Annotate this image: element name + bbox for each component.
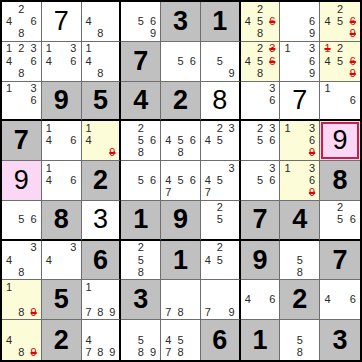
- cell-r2c7[interactable]: 234568: [241, 42, 281, 82]
- cell-r4c3[interactable]: 149: [82, 121, 122, 161]
- candidate-6: [106, 334, 118, 347]
- cell-r3c4[interactable]: 4: [121, 82, 161, 122]
- candidate-5: 5: [214, 254, 226, 266]
- cell-r1c9[interactable]: 24569: [320, 2, 360, 42]
- candidate-5: [15, 334, 27, 347]
- candidate-4: 4: [162, 174, 174, 186]
- cell-r9c9[interactable]: 3: [320, 320, 360, 360]
- candidate-8: 8: [94, 346, 106, 359]
- candidate-8: 8: [15, 306, 27, 318]
- candidate-2: [334, 83, 347, 95]
- given-value: 7: [2, 121, 41, 160]
- candidate-8: 8: [15, 67, 27, 79]
- cell-r5c6[interactable]: 3457: [201, 161, 241, 201]
- given-value: 1: [241, 320, 280, 360]
- cell-r2c2[interactable]: 1346: [42, 42, 82, 82]
- candidate-2: 2: [15, 43, 27, 55]
- cell-r7c6[interactable]: 245: [201, 241, 241, 281]
- candidate-4: 4: [321, 55, 334, 67]
- candidate-4: [202, 294, 214, 306]
- cell-r5c9[interactable]: 8: [320, 161, 360, 201]
- candidate-1: 1: [281, 162, 293, 174]
- cell-r4c6[interactable]: 2345: [201, 121, 241, 161]
- candidate-9: [266, 306, 278, 318]
- cell-r6c8[interactable]: 4: [280, 201, 320, 241]
- eliminated-candidate-9: 9: [28, 346, 40, 359]
- cell-r5c1[interactable]: 9: [2, 161, 42, 201]
- candidate-1: [83, 321, 95, 334]
- candidate-9: 9: [106, 346, 118, 359]
- candidate-1: [162, 162, 174, 174]
- cell-r3c3[interactable]: 5: [82, 82, 122, 122]
- candidate-grid: 2468: [2, 2, 41, 41]
- candidate-9: [187, 67, 199, 79]
- candidate-1: [202, 242, 214, 254]
- candidate-1: 1: [43, 162, 55, 174]
- cell-r3c1[interactable]: 136: [2, 82, 42, 122]
- candidate-8: 8: [254, 67, 266, 79]
- candidate-5: [55, 55, 67, 67]
- candidate-2: [174, 321, 186, 334]
- candidate-3: [28, 321, 40, 334]
- candidate-3: [346, 3, 359, 15]
- candidate-4: [162, 55, 174, 67]
- given-value: 2: [161, 82, 200, 120]
- candidate-5: 5: [294, 254, 306, 266]
- candidate-3: [28, 202, 40, 214]
- cell-r9c4[interactable]: 589: [121, 320, 161, 360]
- cell-r1c2[interactable]: 7: [42, 2, 82, 42]
- cell-r1c5[interactable]: 3: [161, 2, 201, 42]
- candidate-5: [254, 294, 266, 306]
- candidate-1: [202, 43, 214, 55]
- cell-r9c2[interactable]: 2: [42, 320, 82, 360]
- candidate-5: [94, 135, 106, 147]
- cell-r6c4[interactable]: 1: [121, 201, 161, 241]
- candidate-6: 6: [266, 94, 278, 106]
- cell-r3c8[interactable]: 7: [280, 82, 320, 122]
- candidate-2: [294, 3, 306, 15]
- candidate-1: [242, 122, 254, 134]
- eliminated-candidate-9: 9: [346, 67, 359, 79]
- candidate-9: 9: [106, 306, 118, 318]
- candidate-1: [122, 122, 134, 134]
- candidate-3: 3: [266, 162, 278, 174]
- cell-r8c6[interactable]: 79: [201, 280, 241, 320]
- cell-r6c3[interactable]: 3: [82, 201, 122, 241]
- cell-r1c6[interactable]: 1: [201, 2, 241, 42]
- candidate-6: [226, 214, 238, 226]
- candidate-6: [67, 254, 79, 266]
- candidate-6: 6: [187, 135, 199, 147]
- candidate-grid: 56: [121, 161, 160, 200]
- candidate-grid: 59: [201, 42, 239, 81]
- candidate-9: 9: [306, 28, 318, 40]
- cell-r8c2[interactable]: 5: [42, 280, 82, 320]
- candidate-grid: 589: [121, 320, 160, 360]
- candidate-grid: 46: [320, 280, 360, 319]
- cell-r6c9[interactable]: 256: [320, 201, 360, 241]
- candidate-6: 6: [147, 135, 159, 147]
- candidate-7: [83, 147, 95, 159]
- cell-r5c2[interactable]: 146: [42, 161, 82, 201]
- candidate-1: [122, 242, 134, 254]
- cell-r9c1[interactable]: 489: [2, 320, 42, 360]
- solved-value: 9: [2, 161, 41, 200]
- candidate-5: 5: [135, 174, 147, 186]
- candidate-9: [346, 306, 359, 318]
- candidate-7: 7: [162, 346, 174, 359]
- candidate-6: [187, 334, 199, 347]
- candidate-5: [254, 94, 266, 106]
- candidate-5: 5: [294, 334, 306, 347]
- eliminated-candidate-6: 6: [266, 15, 278, 27]
- candidate-3: [187, 43, 199, 55]
- candidate-3: [67, 162, 79, 174]
- cell-r5c5[interactable]: 4567: [161, 161, 201, 201]
- candidate-grid: 24569: [320, 2, 360, 41]
- candidate-7: [3, 266, 15, 278]
- candidate-4: [242, 94, 254, 106]
- candidate-1: [43, 242, 55, 254]
- candidate-7: 7: [83, 306, 95, 318]
- cell-r7c1[interactable]: 348: [2, 241, 42, 281]
- cell-r4c8[interactable]: 1369: [280, 121, 320, 161]
- candidate-2: 2: [334, 3, 347, 15]
- eliminated-candidate-9: 9: [346, 28, 359, 40]
- candidate-2: [15, 202, 27, 214]
- cell-r8c1[interactable]: 189: [2, 280, 42, 320]
- cell-r2c8[interactable]: 1369: [280, 42, 320, 82]
- candidate-1: [122, 3, 134, 15]
- candidate-2: [174, 43, 186, 55]
- cell-r9c8[interactable]: 58: [280, 320, 320, 360]
- candidate-2: [135, 3, 147, 15]
- candidate-1: [83, 3, 95, 15]
- candidate-2: [294, 162, 306, 174]
- candidate-8: 8: [294, 266, 306, 278]
- candidate-4: [122, 334, 134, 347]
- candidate-7: [321, 28, 334, 40]
- cell-r3c7[interactable]: 36: [241, 82, 281, 122]
- cell-r4c4[interactable]: 2568: [121, 121, 161, 161]
- candidate-grid: 16: [320, 82, 360, 120]
- cell-r7c8[interactable]: 58: [280, 241, 320, 281]
- candidate-9: [226, 266, 238, 278]
- candidate-4: [242, 174, 254, 186]
- given-value: 2: [280, 280, 319, 319]
- cell-r6c7[interactable]: 7: [241, 201, 281, 241]
- cell-r3c6[interactable]: 8: [201, 82, 241, 122]
- cell-r1c7[interactable]: 24568: [241, 2, 281, 42]
- candidate-1: 1: [43, 43, 55, 55]
- candidate-2: 2: [135, 122, 147, 134]
- candidate-2: [254, 162, 266, 174]
- candidate-8: [214, 147, 226, 159]
- candidate-6: 6: [306, 174, 318, 186]
- candidate-6: [187, 294, 199, 306]
- candidate-5: [94, 334, 106, 347]
- candidate-grid: 4568: [161, 121, 200, 160]
- candidate-8: 8: [174, 346, 186, 359]
- candidate-7: [122, 346, 134, 359]
- cell-r9c5[interactable]: 4578: [161, 320, 201, 360]
- cell-r2c3[interactable]: 148: [82, 42, 122, 82]
- cell-r2c6[interactable]: 59: [201, 42, 241, 82]
- cell-r8c9[interactable]: 46: [320, 280, 360, 320]
- cell-r4c9[interactable]: 9: [320, 121, 360, 161]
- candidate-grid: 56: [2, 201, 41, 239]
- cell-r2c1[interactable]: 123468: [2, 42, 42, 82]
- cell-r8c4[interactable]: 3: [121, 280, 161, 320]
- candidate-4: 4: [202, 135, 214, 147]
- candidate-4: [281, 174, 293, 186]
- cell-r3c9[interactable]: 16: [320, 82, 360, 122]
- candidate-8: [55, 187, 67, 199]
- candidate-9: [147, 266, 159, 278]
- given-value: 7: [241, 201, 280, 239]
- cell-r7c5[interactable]: 1: [161, 241, 201, 281]
- cell-r6c1[interactable]: 56: [2, 201, 42, 241]
- cell-r4c1[interactable]: 7: [2, 121, 42, 161]
- candidate-9: [67, 67, 79, 79]
- candidate-2: [55, 43, 67, 55]
- candidate-1: [202, 281, 214, 293]
- candidate-8: [55, 67, 67, 79]
- cell-r3c5[interactable]: 2: [161, 82, 201, 122]
- candidate-6: [306, 254, 318, 266]
- candidate-6: [226, 174, 238, 186]
- candidate-8: [334, 306, 347, 318]
- candidate-grid: 123468: [2, 42, 41, 81]
- cell-r7c2[interactable]: 34: [42, 241, 82, 281]
- candidate-7: [242, 67, 254, 79]
- cell-r5c4[interactable]: 56: [121, 161, 161, 201]
- candidate-2: 2: [135, 242, 147, 254]
- eliminated-candidate-9: 9: [306, 187, 318, 199]
- candidate-8: [214, 226, 226, 238]
- candidate-3: [147, 242, 159, 254]
- eliminated-candidate-9: 9: [106, 147, 118, 159]
- candidate-9: 9: [147, 346, 159, 359]
- candidate-1: [281, 3, 293, 15]
- candidate-7: [43, 266, 55, 278]
- candidate-3: 3: [306, 43, 318, 55]
- cell-r5c7[interactable]: 356: [241, 161, 281, 201]
- candidate-9: [346, 106, 359, 118]
- candidate-8: [214, 306, 226, 318]
- sudoku-board: 2468748569312456869245691234681346148756…: [0, 0, 362, 362]
- candidate-7: [122, 187, 134, 199]
- candidate-grid: 1346: [42, 42, 81, 81]
- given-value: 5: [82, 82, 120, 120]
- candidate-4: 4: [162, 334, 174, 347]
- solved-value: 9: [320, 121, 360, 160]
- candidate-8: [254, 306, 266, 318]
- cell-r7c4[interactable]: 258: [121, 241, 161, 281]
- candidate-2: 2: [15, 3, 27, 15]
- candidate-8: [135, 187, 147, 199]
- candidate-7: [3, 306, 15, 318]
- candidate-1: [242, 83, 254, 95]
- candidate-8: [174, 187, 186, 199]
- candidate-2: [294, 43, 306, 55]
- candidate-grid: 24568: [241, 2, 280, 41]
- candidate-1: 1: [3, 83, 15, 95]
- cell-r1c3[interactable]: 48: [82, 2, 122, 42]
- candidate-8: 8: [15, 346, 27, 359]
- candidate-3: 3: [28, 43, 40, 55]
- candidate-5: [15, 294, 27, 306]
- candidate-6: [106, 294, 118, 306]
- candidate-3: [28, 281, 40, 293]
- candidate-6: 6: [28, 55, 40, 67]
- candidate-8: 8: [135, 266, 147, 278]
- given-value: 6: [82, 241, 120, 280]
- candidate-5: 5: [334, 55, 347, 67]
- candidate-3: [346, 83, 359, 95]
- candidate-7: [242, 28, 254, 40]
- candidate-3: [147, 162, 159, 174]
- candidate-8: [294, 187, 306, 199]
- cell-r8c5[interactable]: 78: [161, 280, 201, 320]
- candidate-5: [294, 135, 306, 147]
- candidate-3: [346, 281, 359, 293]
- candidate-8: [15, 106, 27, 118]
- candidate-4: 4: [162, 135, 174, 147]
- candidate-2: [214, 162, 226, 174]
- cell-r1c4[interactable]: 569: [121, 2, 161, 42]
- candidate-grid: 256: [320, 201, 360, 239]
- candidate-6: 6: [306, 15, 318, 27]
- candidate-7: [281, 346, 293, 359]
- candidate-9: [266, 147, 278, 159]
- candidate-9: [67, 147, 79, 159]
- candidate-5: [214, 294, 226, 306]
- candidate-3: 3: [67, 242, 79, 254]
- candidate-6: 6: [306, 55, 318, 67]
- candidate-grid: 356: [241, 161, 280, 200]
- candidate-5: 5: [135, 15, 147, 27]
- candidate-6: [28, 254, 40, 266]
- candidate-8: [94, 147, 106, 159]
- solved-value: 7: [42, 2, 81, 41]
- cell-r9c6[interactable]: 6: [201, 320, 241, 360]
- cell-r3c2[interactable]: 9: [42, 82, 82, 122]
- cell-r9c7[interactable]: 1: [241, 320, 281, 360]
- candidate-7: [122, 147, 134, 159]
- candidate-6: 6: [187, 55, 199, 67]
- candidate-1: 1: [3, 43, 15, 55]
- cell-r2c9[interactable]: 124569: [320, 42, 360, 82]
- candidate-2: [254, 281, 266, 293]
- candidate-9: [266, 187, 278, 199]
- candidate-8: 8: [15, 28, 27, 40]
- candidate-4: [3, 94, 15, 106]
- candidate-9: [187, 346, 199, 359]
- cell-r2c4[interactable]: 7: [121, 42, 161, 82]
- candidate-6: 6: [306, 135, 318, 147]
- candidate-grid: 46: [241, 280, 280, 319]
- candidate-4: 4: [242, 55, 254, 67]
- candidate-2: [94, 3, 106, 15]
- candidate-4: 4: [3, 55, 15, 67]
- candidate-5: 5: [174, 174, 186, 186]
- candidate-2: 2: [334, 202, 347, 214]
- candidate-7: [3, 67, 15, 79]
- candidate-2: 2: [254, 3, 266, 15]
- candidate-grid: 36: [241, 82, 280, 120]
- cell-r5c8[interactable]: 1369: [280, 161, 320, 201]
- candidate-3: [187, 321, 199, 334]
- candidate-7: [202, 67, 214, 79]
- candidate-3: 3: [28, 242, 40, 254]
- solved-value: 7: [280, 82, 319, 120]
- candidate-1: [202, 162, 214, 174]
- cell-r8c7[interactable]: 46: [241, 280, 281, 320]
- cell-r8c3[interactable]: 1789: [82, 280, 122, 320]
- cell-r1c1[interactable]: 2468: [2, 2, 42, 42]
- candidate-8: [55, 266, 67, 278]
- cell-r1c8[interactable]: 69: [280, 2, 320, 42]
- cell-r4c7[interactable]: 2356: [241, 121, 281, 161]
- candidate-grid: 34: [42, 241, 81, 280]
- candidate-8: 8: [254, 28, 266, 40]
- candidate-3: [147, 321, 159, 334]
- candidate-7: 7: [83, 346, 95, 359]
- candidate-grid: 258: [121, 241, 160, 280]
- candidate-6: 6: [67, 174, 79, 186]
- candidate-5: 5: [254, 55, 266, 67]
- cell-r4c5[interactable]: 4568: [161, 121, 201, 161]
- candidate-7: [281, 67, 293, 79]
- candidate-7: [242, 147, 254, 159]
- cell-r2c5[interactable]: 56: [161, 42, 201, 82]
- candidate-6: 6: [266, 294, 278, 306]
- cell-r9c3[interactable]: 4789: [82, 320, 122, 360]
- candidate-grid: 78: [161, 280, 200, 319]
- candidate-9: [226, 226, 238, 238]
- candidate-9: [187, 306, 199, 318]
- candidate-4: 4: [242, 294, 254, 306]
- cell-r6c5[interactable]: 9: [161, 201, 201, 241]
- cell-r6c6[interactable]: 25: [201, 201, 241, 241]
- candidate-9: [346, 226, 359, 238]
- candidate-2: [294, 242, 306, 254]
- candidate-2: [214, 281, 226, 293]
- cell-r6c2[interactable]: 8: [42, 201, 82, 241]
- cell-r7c7[interactable]: 9: [241, 241, 281, 281]
- given-value: 4: [280, 201, 319, 239]
- candidate-9: [266, 67, 278, 79]
- candidate-9: [106, 67, 118, 79]
- cell-r7c9[interactable]: 7: [320, 241, 360, 281]
- cell-r7c3[interactable]: 6: [82, 241, 122, 281]
- candidate-8: [174, 67, 186, 79]
- candidate-5: [174, 294, 186, 306]
- candidate-1: [3, 242, 15, 254]
- candidate-2: [94, 321, 106, 334]
- candidate-3: 3: [306, 162, 318, 174]
- candidate-8: [254, 147, 266, 159]
- candidate-8: 8: [135, 147, 147, 159]
- cell-r5c3[interactable]: 2: [82, 161, 122, 201]
- cell-r8c8[interactable]: 2: [280, 280, 320, 320]
- given-value: 9: [241, 241, 280, 280]
- cell-r4c2[interactable]: 146: [42, 121, 82, 161]
- candidate-7: [202, 147, 214, 159]
- candidate-7: [3, 106, 15, 118]
